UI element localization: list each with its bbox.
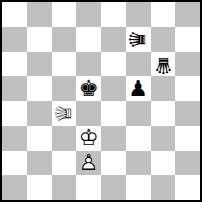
square-h4[interactable] bbox=[175, 101, 200, 126]
square-h8[interactable] bbox=[175, 2, 200, 27]
square-b3[interactable] bbox=[27, 126, 52, 151]
square-f3[interactable] bbox=[126, 126, 151, 151]
square-g8[interactable] bbox=[151, 2, 176, 27]
square-b2[interactable] bbox=[27, 151, 52, 176]
square-g6[interactable]: ♛ bbox=[151, 52, 176, 77]
square-a8[interactable] bbox=[2, 2, 27, 27]
square-d7[interactable] bbox=[76, 27, 101, 52]
square-b7[interactable] bbox=[27, 27, 52, 52]
square-f8[interactable] bbox=[126, 2, 151, 27]
square-h1[interactable] bbox=[175, 175, 200, 200]
square-d6[interactable] bbox=[76, 52, 101, 77]
square-f6[interactable] bbox=[126, 52, 151, 77]
square-f2[interactable] bbox=[126, 151, 151, 176]
black-pawn-piece: ♟ bbox=[126, 76, 151, 101]
square-h3[interactable] bbox=[175, 126, 200, 151]
square-c6[interactable] bbox=[52, 52, 77, 77]
square-a6[interactable] bbox=[2, 52, 27, 77]
black-queen-rotated-90ccw-piece: ♛ bbox=[126, 27, 151, 52]
square-c3[interactable] bbox=[52, 126, 77, 151]
square-c1[interactable] bbox=[52, 175, 77, 200]
square-a1[interactable] bbox=[2, 175, 27, 200]
square-b6[interactable] bbox=[27, 52, 52, 77]
square-h5[interactable] bbox=[175, 76, 200, 101]
square-e7[interactable] bbox=[101, 27, 126, 52]
square-f4[interactable] bbox=[126, 101, 151, 126]
white-pawn-piece: ♟♙ bbox=[76, 151, 101, 176]
square-d4[interactable] bbox=[76, 101, 101, 126]
square-a4[interactable] bbox=[2, 101, 27, 126]
square-f1[interactable] bbox=[126, 175, 151, 200]
square-d3[interactable]: ♚♔ bbox=[76, 126, 101, 151]
square-c4[interactable]: ♛♕ bbox=[52, 101, 77, 126]
square-a7[interactable] bbox=[2, 27, 27, 52]
square-e8[interactable] bbox=[101, 2, 126, 27]
square-c7[interactable] bbox=[52, 27, 77, 52]
square-c8[interactable] bbox=[52, 2, 77, 27]
square-g2[interactable] bbox=[151, 151, 176, 176]
square-g1[interactable] bbox=[151, 175, 176, 200]
square-f7[interactable]: ♛ bbox=[126, 27, 151, 52]
square-d1[interactable] bbox=[76, 175, 101, 200]
square-b8[interactable] bbox=[27, 2, 52, 27]
square-e2[interactable] bbox=[101, 151, 126, 176]
white-king-piece: ♚♔ bbox=[76, 126, 101, 151]
square-e5[interactable] bbox=[101, 76, 126, 101]
black-king-piece: ♚ bbox=[76, 76, 101, 101]
square-h2[interactable] bbox=[175, 151, 200, 176]
square-d8[interactable] bbox=[76, 2, 101, 27]
square-b5[interactable] bbox=[27, 76, 52, 101]
square-b4[interactable] bbox=[27, 101, 52, 126]
square-c5[interactable] bbox=[52, 76, 77, 101]
square-a2[interactable] bbox=[2, 151, 27, 176]
black-queen-rotated-180-piece: ♛ bbox=[151, 52, 176, 77]
square-e1[interactable] bbox=[101, 175, 126, 200]
square-g7[interactable] bbox=[151, 27, 176, 52]
square-a3[interactable] bbox=[2, 126, 27, 151]
square-d5[interactable]: ♚ bbox=[76, 76, 101, 101]
square-e3[interactable] bbox=[101, 126, 126, 151]
white-queen-rotated-90ccw-piece: ♛♕ bbox=[52, 101, 77, 126]
square-h7[interactable] bbox=[175, 27, 200, 52]
square-e6[interactable] bbox=[101, 52, 126, 77]
square-e4[interactable] bbox=[101, 101, 126, 126]
square-b1[interactable] bbox=[27, 175, 52, 200]
square-g3[interactable] bbox=[151, 126, 176, 151]
square-a5[interactable] bbox=[2, 76, 27, 101]
square-g4[interactable] bbox=[151, 101, 176, 126]
square-g5[interactable] bbox=[151, 76, 176, 101]
square-h6[interactable] bbox=[175, 52, 200, 77]
square-c2[interactable] bbox=[52, 151, 77, 176]
square-f5[interactable]: ♟ bbox=[126, 76, 151, 101]
chess-board: ♛♛♚♟♛♕♚♔♟♙ bbox=[0, 0, 202, 202]
square-d2[interactable]: ♟♙ bbox=[76, 151, 101, 176]
chess-diagram: ♛♛♚♟♛♕♚♔♟♙ bbox=[0, 0, 202, 202]
